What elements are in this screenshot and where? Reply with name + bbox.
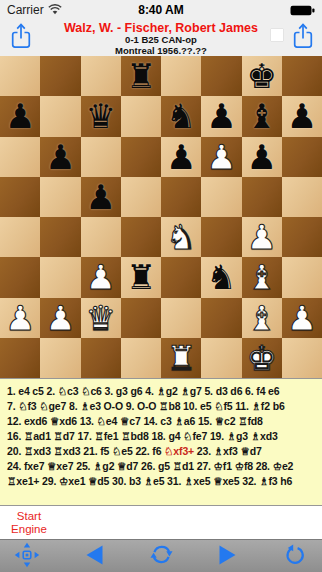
square-h5[interactable]	[282, 177, 322, 217]
square-e5[interactable]	[161, 177, 201, 217]
piece-white-bishop: ♝	[246, 298, 276, 338]
previous-move-button[interactable]	[79, 542, 109, 570]
share-icon	[10, 37, 32, 52]
square-c5[interactable]: ♟	[81, 177, 121, 217]
wifi-icon	[48, 1, 62, 19]
square-c1[interactable]	[81, 338, 121, 378]
move-text[interactable]: 7. ♘f3 ♘ge7 8. ♗e3 O-O 9. O-O ♖b8 10. e5…	[7, 400, 285, 412]
square-h1[interactable]	[282, 338, 322, 378]
current-move-highlight[interactable]: ♘xf3+	[164, 445, 194, 457]
chess-app-screen: Carrier 8:40 AM	[0, 0, 322, 572]
piece-white-pawn: ♟	[206, 137, 236, 177]
move-text[interactable]: 24. fxe7 ♕xe7 25. ♗g2 ♕d7 26. g5 ♖d1 27.…	[7, 460, 293, 472]
refresh-icon	[149, 542, 174, 570]
square-d8[interactable]: ♜	[121, 56, 161, 96]
piece-white-pawn: ♟	[45, 298, 75, 338]
square-e4[interactable]: ♞	[161, 217, 201, 257]
move-text[interactable]: 12. exd6 ♕xd6 13. ♘e4 ♕c7 14. c3 ♗a6 15.…	[7, 415, 263, 427]
result-eco-line: 0-1 B25 CAN-op	[40, 35, 282, 46]
square-b6[interactable]: ♟	[40, 137, 80, 177]
piece-black-pawn: ♟	[85, 177, 115, 217]
move-line[interactable]: ♖xe1+ 29. ♔xe1 ♕d5 30. b3 ♗e5 31. ♗xe5 ♕…	[7, 474, 315, 489]
square-g3[interactable]: ♝	[242, 257, 282, 297]
square-d7[interactable]	[121, 96, 161, 136]
share-right-button[interactable]	[291, 23, 315, 51]
square-c3[interactable]: ♟	[81, 257, 121, 297]
side-to-move-indicator	[271, 29, 283, 41]
square-f6[interactable]: ♟	[201, 137, 241, 177]
square-f3[interactable]: ♞	[201, 257, 241, 297]
square-g1[interactable]: ♚	[242, 338, 282, 378]
event-line: Montreal 1956.??.??	[40, 46, 282, 57]
status-bar: Carrier 8:40 AM	[0, 0, 322, 20]
piece-white-knight: ♞	[166, 217, 196, 257]
square-a5[interactable]	[0, 177, 40, 217]
square-a4[interactable]	[0, 217, 40, 257]
square-h2[interactable]: ♟	[282, 298, 322, 338]
square-h8[interactable]	[282, 56, 322, 96]
move-piece-button[interactable]	[12, 542, 42, 570]
move-line[interactable]: 16. ♖ad1 ♖d7 17. ♖fe1 ♖bd8 18. g4 ♘fe7 1…	[7, 429, 315, 444]
square-e6[interactable]: ♟	[161, 137, 201, 177]
square-a2[interactable]: ♟	[0, 298, 40, 338]
square-g7[interactable]: ♝	[242, 96, 282, 136]
battery-icon	[290, 5, 315, 16]
status-left: Carrier	[7, 1, 62, 19]
square-e8[interactable]	[161, 56, 201, 96]
square-c6[interactable]	[81, 137, 121, 177]
move-text[interactable]: ♖xe1+ 29. ♔xe1 ♕d5 30. b3 ♗e5 31. ♗xe5 ♕…	[7, 475, 292, 487]
square-e3[interactable]	[161, 257, 201, 297]
piece-black-pawn: ♟	[246, 137, 276, 177]
piece-white-pawn: ♟	[85, 257, 115, 297]
piece-black-pawn: ♟	[5, 96, 35, 136]
move-text[interactable]: 1. e4 c5 2. ♘c3 ♘c6 3. g3 g6 4. ♗g2 ♗g7 …	[7, 385, 280, 397]
move-line[interactable]: 12. exd6 ♕xd6 13. ♘e4 ♕c7 14. c3 ♗a6 15.…	[7, 414, 315, 429]
square-e1[interactable]: ♜	[161, 338, 201, 378]
square-d3[interactable]: ♜	[121, 257, 161, 297]
square-d5[interactable]	[121, 177, 161, 217]
square-a1[interactable]	[0, 338, 40, 378]
square-c4[interactable]	[81, 217, 121, 257]
square-f8[interactable]	[201, 56, 241, 96]
square-d6[interactable]	[121, 137, 161, 177]
piece-black-pawn: ♟	[287, 96, 317, 136]
piece-black-queen: ♛	[85, 96, 115, 136]
piece-white-pawn: ♟	[287, 298, 317, 338]
square-c7[interactable]: ♛	[81, 96, 121, 136]
piece-white-king: ♚	[246, 338, 276, 378]
square-d1[interactable]	[121, 338, 161, 378]
square-b1[interactable]	[40, 338, 80, 378]
move-text[interactable]: 20. ♖xd3 ♖xd3 21. f5 ♘e5 22. f6	[7, 445, 164, 457]
square-b5[interactable]	[40, 177, 80, 217]
square-f7[interactable]: ♟	[201, 96, 241, 136]
square-f5[interactable]	[201, 177, 241, 217]
piece-white-bishop: ♝	[246, 257, 276, 297]
next-move-button[interactable]	[213, 542, 243, 570]
piece-white-queen: ♛	[85, 298, 115, 338]
bottom-toolbar	[0, 539, 322, 572]
piece-black-rook: ♜	[126, 257, 156, 297]
piece-black-bishop: ♝	[246, 96, 276, 136]
game-header: Walz, W. - Fischer, Robert James 0-1 B25…	[0, 20, 322, 56]
rotate-board-icon	[283, 543, 307, 570]
square-b4[interactable]	[40, 217, 80, 257]
share-icon	[292, 37, 314, 52]
move-piece-icon	[14, 542, 40, 571]
piece-white-pawn: ♟	[246, 217, 276, 257]
square-g4[interactable]: ♟	[242, 217, 282, 257]
engine-panel: Start Engine	[0, 506, 322, 539]
square-c8[interactable]	[81, 56, 121, 96]
move-text[interactable]: 23. ♗xf3 ♕d7	[194, 445, 262, 457]
refresh-button[interactable]	[146, 542, 176, 570]
move-text[interactable]: 16. ♖ad1 ♖d7 17. ♖fe1 ♖bd8 18. g4 ♘fe7 1…	[7, 430, 278, 442]
square-b7[interactable]	[40, 96, 80, 136]
piece-black-king: ♚	[246, 56, 276, 96]
move-list[interactable]: 1. e4 c5 2. ♘c3 ♘c6 3. g3 g6 4. ♗g2 ♗g7 …	[0, 378, 322, 506]
piece-black-pawn: ♟	[166, 137, 196, 177]
square-g6[interactable]: ♟	[242, 137, 282, 177]
next-move-icon	[217, 544, 239, 569]
square-g8[interactable]: ♚	[242, 56, 282, 96]
move-line[interactable]: 20. ♖xd3 ♖xd3 21. f5 ♘e5 22. f6 ♘xf3+ 23…	[7, 444, 315, 459]
square-h4[interactable]	[282, 217, 322, 257]
square-c2[interactable]: ♛	[81, 298, 121, 338]
piece-black-rook: ♜	[126, 56, 156, 96]
square-b3[interactable]	[40, 257, 80, 297]
carrier-label: Carrier	[7, 3, 44, 17]
move-line[interactable]: 1. e4 c5 2. ♘c3 ♘c6 3. g3 g6 4. ♗g2 ♗g7 …	[7, 384, 315, 399]
players-title: Walz, W. - Fischer, Robert James	[40, 21, 282, 35]
square-h7[interactable]: ♟	[282, 96, 322, 136]
square-e7[interactable]: ♞	[161, 96, 201, 136]
previous-move-icon	[83, 544, 105, 569]
square-f2[interactable]	[201, 298, 241, 338]
game-meta: Walz, W. - Fischer, Robert James 0-1 B25…	[40, 21, 282, 56]
start-engine-button[interactable]: Start Engine	[3, 510, 55, 536]
piece-black-knight: ♞	[206, 257, 236, 297]
square-g2[interactable]: ♝	[242, 298, 282, 338]
piece-black-pawn: ♟	[206, 96, 236, 136]
piece-black-pawn: ♟	[45, 137, 75, 177]
square-f1[interactable]	[201, 338, 241, 378]
share-left-button[interactable]	[9, 23, 33, 51]
square-d4[interactable]	[121, 217, 161, 257]
square-g5[interactable]	[242, 177, 282, 217]
move-line[interactable]: 24. fxe7 ♕xe7 25. ♗g2 ♕d7 26. g5 ♖d1 27.…	[7, 459, 315, 474]
square-a3[interactable]	[0, 257, 40, 297]
square-b8[interactable]	[40, 56, 80, 96]
piece-white-rook: ♜	[166, 338, 196, 378]
square-h6[interactable]	[282, 137, 322, 177]
square-a8[interactable]	[0, 56, 40, 96]
rotate-board-button[interactable]	[280, 542, 310, 570]
square-e2[interactable]	[161, 298, 201, 338]
move-line[interactable]: 7. ♘f3 ♘ge7 8. ♗e3 O-O 9. O-O ♖b8 10. e5…	[7, 399, 315, 414]
chess-board[interactable]: ♜♚♟♛♞♟♝♟♟♟♟♟♟♞♟♟♜♞♝♟♟♛♝♟♜♚	[0, 56, 322, 378]
square-d2[interactable]	[121, 298, 161, 338]
square-f4[interactable]	[201, 217, 241, 257]
square-h3[interactable]	[282, 257, 322, 297]
square-a7[interactable]: ♟	[0, 96, 40, 136]
piece-black-knight: ♞	[166, 96, 196, 136]
square-b2[interactable]: ♟	[40, 298, 80, 338]
square-a6[interactable]	[0, 137, 40, 177]
piece-white-pawn: ♟	[5, 298, 35, 338]
